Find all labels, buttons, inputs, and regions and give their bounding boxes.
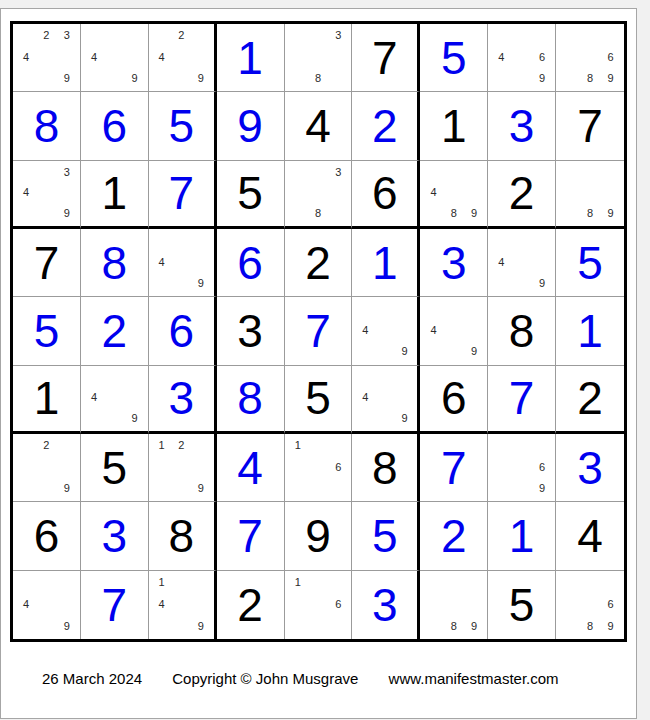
candidate-slot-empty	[559, 572, 580, 594]
candidate-slot-empty	[84, 367, 104, 388]
candidate-slot-empty	[600, 572, 621, 594]
candidate-slot-empty	[152, 273, 172, 294]
candidate-grid: 49	[355, 298, 414, 362]
candidate-digit: 9	[600, 68, 621, 89]
candidate-slot-empty	[423, 615, 443, 637]
cell-r3c5[interactable]: 38	[285, 161, 353, 229]
cell-r7c6[interactable]: 8	[352, 434, 420, 502]
cell-r1c2[interactable]: 49	[81, 24, 149, 92]
cell-r8c4[interactable]: 7	[217, 502, 285, 570]
cell-r5c2[interactable]: 2	[81, 297, 149, 365]
cell-r9c3[interactable]: 149	[149, 571, 217, 639]
candidate-slot-empty	[512, 456, 532, 477]
candidate-slot-empty	[152, 25, 172, 46]
cell-r1c6[interactable]: 7	[352, 24, 420, 92]
candidate-slot-empty	[375, 320, 395, 341]
candidate-digit: 4	[491, 251, 511, 272]
candidate-slot-empty	[464, 162, 484, 183]
candidate-grid: 89	[423, 572, 484, 637]
candidate-slot-empty	[171, 615, 191, 637]
candidate-slot-empty	[491, 456, 511, 477]
cell-r8c9[interactable]: 4	[556, 502, 624, 570]
candidate-slot-empty	[308, 46, 328, 67]
candidate-slot-empty	[288, 456, 308, 477]
candidate-slot-empty	[171, 68, 191, 89]
cell-r1c1[interactable]: 2349	[13, 24, 81, 92]
cell-r3c4[interactable]: 5	[217, 161, 285, 229]
candidate-grid: 38	[288, 162, 349, 224]
candidate-slot-empty	[124, 367, 144, 388]
candidate-slot-empty	[191, 230, 211, 251]
candidate-slot-empty	[16, 478, 36, 499]
candidate-slot-empty	[512, 68, 532, 89]
candidate-slot-empty	[559, 593, 580, 615]
solved-digit: 4	[237, 445, 263, 491]
cell-r2c5[interactable]: 4	[285, 92, 353, 160]
cell-r8c6[interactable]: 5	[352, 502, 420, 570]
cell-r3c1[interactable]: 349	[13, 161, 81, 229]
cell-r5c3[interactable]: 6	[149, 297, 217, 365]
cell-r7c2[interactable]: 5	[81, 434, 149, 502]
candidate-digit: 6	[328, 593, 348, 615]
given-digit: 5	[509, 582, 535, 628]
solved-digit: 1	[372, 240, 398, 286]
solved-digit: 2	[372, 103, 398, 149]
candidate-digit: 8	[308, 68, 328, 89]
candidate-slot-empty	[16, 615, 36, 637]
candidate-grid: 29	[16, 435, 77, 499]
candidate-slot-empty	[491, 230, 511, 251]
candidate-digit: 8	[444, 203, 464, 224]
candidate-digit: 4	[16, 46, 36, 67]
cell-r9c7[interactable]: 89	[420, 571, 488, 639]
candidate-digit: 8	[580, 203, 601, 224]
candidate-slot-empty	[152, 478, 172, 499]
candidate-digit: 9	[395, 341, 415, 362]
candidate-slot-empty	[328, 46, 348, 67]
solved-digit: 7	[102, 582, 128, 628]
given-digit: 1	[441, 103, 467, 149]
cell-r2c9[interactable]: 7	[556, 92, 624, 160]
cell-r5c4[interactable]: 3	[217, 297, 285, 365]
candidate-grid: 489	[423, 162, 484, 224]
candidate-slot-empty	[171, 230, 191, 251]
cell-r2c7[interactable]: 1	[420, 92, 488, 160]
candidate-slot-empty	[559, 162, 580, 183]
cell-r1c4[interactable]: 1	[217, 24, 285, 92]
candidate-digit: 9	[191, 273, 211, 294]
candidate-slot-empty	[375, 298, 395, 319]
candidate-digit: 4	[355, 387, 375, 408]
footer-copyright: Copyright © John Musgrave	[172, 670, 358, 687]
cell-r5c1[interactable]: 5	[13, 297, 81, 365]
candidate-slot-empty	[288, 46, 308, 67]
candidate-slot-empty	[423, 162, 443, 183]
candidate-digit: 8	[580, 68, 601, 89]
footer-date: 26 March 2024	[42, 670, 142, 687]
candidate-grid: 69	[491, 435, 552, 499]
candidate-slot-empty	[444, 320, 464, 341]
given-digit: 2	[237, 582, 263, 628]
candidate-slot-empty	[308, 478, 328, 499]
cell-r6c1[interactable]: 1	[13, 366, 81, 434]
cell-r4c4[interactable]: 6	[217, 229, 285, 297]
cell-r3c7[interactable]: 489	[420, 161, 488, 229]
candidate-slot-empty	[355, 298, 375, 319]
cell-r9c8[interactable]: 5	[488, 571, 556, 639]
cell-r7c1[interactable]: 29	[13, 434, 81, 502]
given-digit: 3	[237, 308, 263, 354]
candidate-slot-empty	[84, 25, 104, 46]
candidate-digit: 8	[580, 615, 601, 637]
candidate-slot-empty	[308, 25, 328, 46]
cell-r2c6[interactable]: 2	[352, 92, 420, 160]
cell-r5c9[interactable]: 1	[556, 297, 624, 365]
solved-digit: 7	[509, 375, 535, 421]
solved-digit: 3	[168, 375, 194, 421]
candidate-digit: 9	[600, 615, 621, 637]
candidate-grid: 129	[152, 435, 211, 499]
candidate-slot-empty	[104, 408, 124, 429]
candidate-slot-empty	[328, 182, 348, 203]
candidate-digit: 9	[57, 478, 77, 499]
solved-digit: 8	[237, 375, 263, 421]
cell-r3c3[interactable]: 7	[149, 161, 217, 229]
candidate-grid: 49	[84, 25, 145, 89]
candidate-slot-empty	[559, 25, 580, 46]
cell-r2c3[interactable]: 5	[149, 92, 217, 160]
candidate-slot-empty	[375, 367, 395, 388]
cell-r6c9[interactable]: 2	[556, 366, 624, 434]
candidate-slot-empty	[191, 593, 211, 615]
cell-r5c7[interactable]: 49	[420, 297, 488, 365]
candidate-digit: 4	[16, 182, 36, 203]
candidate-digit: 9	[124, 68, 144, 89]
candidate-slot-empty	[444, 182, 464, 203]
cell-r3c9[interactable]: 89	[556, 161, 624, 229]
candidate-slot-empty	[444, 572, 464, 594]
candidate-digit: 1	[288, 435, 308, 456]
candidate-slot-empty	[36, 162, 56, 183]
candidate-slot-empty	[532, 251, 552, 272]
candidate-slot-empty	[36, 46, 56, 67]
candidate-slot-empty	[395, 387, 415, 408]
candidate-digit: 2	[171, 435, 191, 456]
candidate-digit: 4	[152, 46, 172, 67]
candidate-digit: 9	[57, 203, 77, 224]
candidate-slot-empty	[191, 456, 211, 477]
candidate-slot-empty	[491, 478, 511, 499]
given-digit: 6	[34, 513, 60, 559]
candidate-slot-empty	[580, 593, 601, 615]
solved-digit: 9	[237, 103, 263, 149]
solved-digit: 7	[441, 445, 467, 491]
candidate-slot-empty	[104, 387, 124, 408]
cell-r3c6[interactable]: 6	[352, 161, 420, 229]
candidate-digit: 9	[124, 408, 144, 429]
solved-digit: 3	[372, 582, 398, 628]
candidate-slot-empty	[308, 435, 328, 456]
cell-r9c1[interactable]: 49	[13, 571, 81, 639]
cell-r2c1[interactable]: 8	[13, 92, 81, 160]
cell-r6c4[interactable]: 8	[217, 366, 285, 434]
cell-r9c9[interactable]: 689	[556, 571, 624, 639]
solved-digit: 5	[168, 103, 194, 149]
candidate-slot-empty	[57, 46, 77, 67]
candidate-slot-empty	[16, 203, 36, 224]
solved-digit: 3	[441, 240, 467, 286]
candidate-slot-empty	[512, 273, 532, 294]
cell-r4c9[interactable]: 5	[556, 229, 624, 297]
solved-digit: 3	[102, 513, 128, 559]
cell-r2c8[interactable]: 3	[488, 92, 556, 160]
cell-r8c2[interactable]: 3	[81, 502, 149, 570]
candidate-digit: 9	[532, 68, 552, 89]
cell-r4c1[interactable]: 7	[13, 229, 81, 297]
candidate-slot-empty	[600, 162, 621, 183]
candidate-digit: 9	[464, 341, 484, 362]
candidate-digit: 1	[152, 572, 172, 594]
candidate-slot-empty	[423, 298, 443, 319]
candidate-slot-empty	[580, 572, 601, 594]
candidate-slot-empty	[328, 478, 348, 499]
candidate-digit: 4	[355, 320, 375, 341]
candidate-slot-empty	[580, 25, 601, 46]
candidate-slot-empty	[57, 182, 77, 203]
cell-r7c8[interactable]: 69	[488, 434, 556, 502]
candidate-slot-empty	[16, 68, 36, 89]
cell-r6c3[interactable]: 3	[149, 366, 217, 434]
candidate-digit: 4	[152, 593, 172, 615]
cell-r4c7[interactable]: 3	[420, 229, 488, 297]
given-digit: 8	[168, 513, 194, 559]
cell-r1c5[interactable]: 38	[285, 24, 353, 92]
candidate-slot-empty	[355, 367, 375, 388]
candidate-digit: 9	[191, 478, 211, 499]
candidate-digit: 6	[532, 46, 552, 67]
candidate-slot-empty	[124, 387, 144, 408]
candidate-grid: 49	[152, 230, 211, 294]
candidate-digit: 4	[423, 182, 443, 203]
candidate-digit: 2	[36, 435, 56, 456]
candidate-digit: 1	[288, 572, 308, 594]
candidate-slot-empty	[328, 572, 348, 594]
candidate-digit: 4	[84, 387, 104, 408]
candidate-slot-empty	[491, 68, 511, 89]
footer-url: www.manifestmaster.com	[389, 670, 559, 687]
cell-r9c2[interactable]: 7	[81, 571, 149, 639]
candidate-slot-empty	[464, 320, 484, 341]
candidate-digit: 9	[600, 203, 621, 224]
solved-digit: 2	[102, 308, 128, 354]
solved-digit: 6	[237, 240, 263, 286]
candidate-slot-empty	[36, 182, 56, 203]
given-digit: 1	[34, 375, 60, 421]
candidate-slot-empty	[288, 68, 308, 89]
cell-r9c5[interactable]: 16	[285, 571, 353, 639]
cell-r2c4[interactable]: 9	[217, 92, 285, 160]
candidate-slot-empty	[308, 593, 328, 615]
candidate-slot-empty	[308, 572, 328, 594]
cell-r6c2[interactable]: 49	[81, 366, 149, 434]
candidate-slot-empty	[16, 572, 36, 594]
candidate-slot-empty	[491, 435, 511, 456]
candidate-digit: 6	[600, 593, 621, 615]
cell-r8c3[interactable]: 8	[149, 502, 217, 570]
cell-r4c3[interactable]: 49	[149, 229, 217, 297]
given-digit: 5	[305, 375, 331, 421]
candidate-slot-empty	[444, 341, 464, 362]
candidate-slot-empty	[559, 203, 580, 224]
candidate-slot-empty	[580, 182, 601, 203]
candidate-digit: 2	[36, 25, 56, 46]
candidate-slot-empty	[395, 320, 415, 341]
candidate-slot-empty	[464, 572, 484, 594]
candidate-slot-empty	[171, 593, 191, 615]
candidate-grid: 249	[152, 25, 211, 89]
candidate-digit: 9	[191, 68, 211, 89]
cell-r9c6[interactable]: 3	[352, 571, 420, 639]
cell-r6c5[interactable]: 5	[285, 366, 353, 434]
candidate-digit: 2	[171, 25, 191, 46]
candidate-slot-empty	[84, 408, 104, 429]
candidate-digit: 9	[191, 615, 211, 637]
candidate-digit: 4	[16, 593, 36, 615]
candidate-grid: 689	[559, 572, 621, 637]
cell-r7c7[interactable]: 7	[420, 434, 488, 502]
cell-r1c9[interactable]: 689	[556, 24, 624, 92]
cell-r5c5[interactable]: 7	[285, 297, 353, 365]
cell-r6c8[interactable]: 7	[488, 366, 556, 434]
candidate-slot-empty	[328, 203, 348, 224]
solved-digit: 6	[168, 308, 194, 354]
sudoku-board: 2349492491387546968986594213734917538648…	[10, 21, 627, 642]
cell-r4c8[interactable]: 49	[488, 229, 556, 297]
candidate-slot-empty	[491, 25, 511, 46]
footer: 26 March 2024 Copyright © John Musgrave …	[42, 670, 559, 687]
candidate-slot-empty	[104, 367, 124, 388]
cell-r8c7[interactable]: 2	[420, 502, 488, 570]
cell-r5c6[interactable]: 49	[352, 297, 420, 365]
given-digit: 4	[577, 513, 603, 559]
candidate-slot-empty	[355, 408, 375, 429]
cell-r6c6[interactable]: 49	[352, 366, 420, 434]
cell-r8c1[interactable]: 6	[13, 502, 81, 570]
cell-r9c4[interactable]: 2	[217, 571, 285, 639]
cell-r8c8[interactable]: 1	[488, 502, 556, 570]
candidate-slot-empty	[308, 456, 328, 477]
candidate-slot-empty	[171, 478, 191, 499]
candidate-slot-empty	[36, 68, 56, 89]
given-digit: 4	[305, 103, 331, 149]
cell-r2c2[interactable]: 6	[81, 92, 149, 160]
candidate-slot-empty	[124, 46, 144, 67]
solved-digit: 3	[577, 445, 603, 491]
given-digit: 2	[509, 170, 535, 216]
candidate-slot-empty	[512, 478, 532, 499]
cell-r4c6[interactable]: 1	[352, 229, 420, 297]
solved-digit: 5	[34, 308, 60, 354]
candidate-slot-empty	[171, 456, 191, 477]
candidate-slot-empty	[36, 615, 56, 637]
candidate-slot-empty	[444, 162, 464, 183]
candidate-slot-empty	[16, 435, 36, 456]
candidate-slot-empty	[580, 162, 601, 183]
candidate-slot-empty	[171, 251, 191, 272]
candidate-slot-empty	[36, 478, 56, 499]
candidate-grid: 469	[491, 25, 552, 89]
cell-r1c7[interactable]: 5	[420, 24, 488, 92]
candidate-slot-empty	[559, 68, 580, 89]
candidate-slot-empty	[152, 68, 172, 89]
cell-r4c2[interactable]: 8	[81, 229, 149, 297]
candidate-digit: 6	[328, 456, 348, 477]
candidate-digit: 3	[328, 25, 348, 46]
candidate-slot-empty	[191, 435, 211, 456]
candidate-digit: 8	[444, 615, 464, 637]
candidate-slot-empty	[152, 230, 172, 251]
cell-r7c4[interactable]: 4	[217, 434, 285, 502]
candidate-grid: 149	[152, 572, 211, 637]
solved-digit: 7	[237, 513, 263, 559]
given-digit: 6	[372, 170, 398, 216]
candidate-grid: 689	[559, 25, 621, 89]
cell-r7c3[interactable]: 129	[149, 434, 217, 502]
candidate-slot-empty	[57, 435, 77, 456]
candidate-slot-empty	[423, 341, 443, 362]
candidate-slot-empty	[57, 456, 77, 477]
cell-r1c8[interactable]: 469	[488, 24, 556, 92]
cell-r5c8[interactable]: 8	[488, 297, 556, 365]
candidate-digit: 3	[57, 162, 77, 183]
candidate-digit: 9	[532, 273, 552, 294]
cell-r3c8[interactable]: 2	[488, 161, 556, 229]
cell-r1c3[interactable]: 249	[149, 24, 217, 92]
solved-digit: 7	[168, 170, 194, 216]
candidate-slot-empty	[532, 25, 552, 46]
candidate-slot-empty	[559, 182, 580, 203]
candidate-digit: 9	[532, 478, 552, 499]
candidate-slot-empty	[152, 615, 172, 637]
candidate-slot-empty	[36, 572, 56, 594]
candidate-grid: 49	[84, 367, 145, 429]
candidate-slot-empty	[191, 251, 211, 272]
cell-r7c9[interactable]: 3	[556, 434, 624, 502]
candidate-slot-empty	[395, 298, 415, 319]
candidate-digit: 9	[395, 408, 415, 429]
candidate-digit: 4	[152, 251, 172, 272]
candidate-digit: 4	[491, 46, 511, 67]
candidate-slot-empty	[512, 251, 532, 272]
cell-r3c2[interactable]: 1	[81, 161, 149, 229]
given-digit: 9	[305, 513, 331, 559]
cell-r4c5[interactable]: 2	[285, 229, 353, 297]
candidate-grid: 49	[423, 298, 484, 362]
cell-r6c7[interactable]: 6	[420, 366, 488, 434]
solved-digit: 2	[441, 513, 467, 559]
candidate-slot-empty	[288, 25, 308, 46]
candidate-slot-empty	[288, 615, 308, 637]
solved-digit: 6	[102, 103, 128, 149]
candidate-slot-empty	[512, 230, 532, 251]
cell-r7c5[interactable]: 16	[285, 434, 353, 502]
candidate-slot-empty	[355, 341, 375, 362]
candidate-slot-empty	[423, 572, 443, 594]
cell-r8c5[interactable]: 9	[285, 502, 353, 570]
candidate-digit: 9	[464, 615, 484, 637]
candidate-slot-empty	[16, 456, 36, 477]
candidate-slot-empty	[171, 46, 191, 67]
